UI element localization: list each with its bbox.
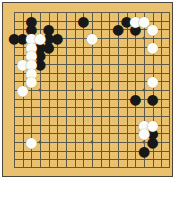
grid-cell xyxy=(161,151,170,160)
grid-cell xyxy=(109,99,118,108)
grid-cell xyxy=(66,73,75,82)
grid-cell xyxy=(49,116,58,125)
grid-cell xyxy=(49,81,58,90)
grid-cell xyxy=(40,47,49,56)
grid-cell xyxy=(23,159,32,168)
grid-cell xyxy=(118,29,127,38)
grid-cell xyxy=(135,151,144,160)
grid-cell xyxy=(101,116,110,125)
grid-cell xyxy=(135,47,144,56)
grid-cell xyxy=(144,38,153,47)
grid-cell xyxy=(23,55,32,64)
grid-cell xyxy=(161,159,170,168)
grid-cell xyxy=(109,125,118,134)
grid-cell xyxy=(14,12,23,21)
grid-cell xyxy=(75,116,84,125)
grid-cell xyxy=(135,107,144,116)
grid-cell xyxy=(75,73,84,82)
grid-cell xyxy=(14,64,23,73)
grid-cell xyxy=(49,47,58,56)
grid-cell xyxy=(109,142,118,151)
grid-cell xyxy=(101,81,110,90)
grid-cell xyxy=(49,151,58,160)
grid-cell xyxy=(118,64,127,73)
grid-cell xyxy=(31,73,40,82)
grid-cell xyxy=(14,142,23,151)
grid-cell xyxy=(118,107,127,116)
grid-cell xyxy=(118,133,127,142)
grid-cell xyxy=(109,159,118,168)
grid-cell xyxy=(75,125,84,134)
grid-cell xyxy=(57,133,66,142)
grid-cell xyxy=(14,151,23,160)
grid-cell xyxy=(31,125,40,134)
grid-cell xyxy=(75,151,84,160)
grid-cell xyxy=(14,133,23,142)
grid-cell xyxy=(23,12,32,21)
grid-cell xyxy=(23,38,32,47)
grid-cell xyxy=(135,99,144,108)
grid-cell xyxy=(66,125,75,134)
grid-cell xyxy=(14,81,23,90)
grid-cell xyxy=(66,64,75,73)
grid-cell xyxy=(153,125,162,134)
grid-cell xyxy=(83,21,92,30)
grid-cell xyxy=(101,12,110,21)
grid-cell xyxy=(75,55,84,64)
grid-cell xyxy=(57,125,66,134)
star-point xyxy=(39,141,42,144)
grid-cell xyxy=(127,125,136,134)
grid-cell xyxy=(101,73,110,82)
grid-cell xyxy=(75,81,84,90)
grid-cell xyxy=(118,55,127,64)
grid-cell xyxy=(57,47,66,56)
grid-cell xyxy=(31,107,40,116)
grid-cell xyxy=(75,47,84,56)
star-point xyxy=(91,141,94,144)
grid-cell xyxy=(127,47,136,56)
grid-cell xyxy=(66,47,75,56)
grid-cell xyxy=(101,38,110,47)
grid-cell xyxy=(49,125,58,134)
grid-cell xyxy=(109,81,118,90)
grid-cell xyxy=(66,90,75,99)
grid-cell xyxy=(135,21,144,30)
grid-cell xyxy=(127,81,136,90)
grid-cell xyxy=(23,151,32,160)
grid-cell xyxy=(40,116,49,125)
grid-cell xyxy=(101,55,110,64)
grid-cell xyxy=(57,151,66,160)
grid-cell xyxy=(153,90,162,99)
grid-cell xyxy=(31,99,40,108)
grid-cell xyxy=(118,159,127,168)
grid-cell xyxy=(57,142,66,151)
grid-cell xyxy=(31,159,40,168)
grid-cell xyxy=(66,81,75,90)
grid-cell xyxy=(66,55,75,64)
grid-cell xyxy=(49,12,58,21)
grid-cell xyxy=(127,116,136,125)
grid-cell xyxy=(14,55,23,64)
grid-cell xyxy=(40,38,49,47)
grid-cell xyxy=(83,55,92,64)
grid-cell xyxy=(144,73,153,82)
grid-cell xyxy=(57,90,66,99)
grid-cell xyxy=(23,116,32,125)
star-point xyxy=(143,37,146,40)
grid-cell xyxy=(75,38,84,47)
grid-cell xyxy=(144,125,153,134)
grid-cell xyxy=(109,151,118,160)
grid-cell xyxy=(118,116,127,125)
grid-cell xyxy=(75,29,84,38)
grid-cell xyxy=(109,73,118,82)
grid-cell xyxy=(31,116,40,125)
grid-cell xyxy=(66,107,75,116)
grid-cell xyxy=(31,55,40,64)
grid-cell xyxy=(66,142,75,151)
grid-cell xyxy=(144,21,153,30)
grid-cell xyxy=(144,12,153,21)
bottom-toolbar xyxy=(0,178,176,200)
grid-cell xyxy=(127,12,136,21)
grid-cell xyxy=(109,107,118,116)
grid-cell xyxy=(118,21,127,30)
grid-cell xyxy=(14,73,23,82)
grid-cell xyxy=(161,55,170,64)
grid-cell xyxy=(23,29,32,38)
grid-cell xyxy=(153,116,162,125)
grid-cell xyxy=(83,151,92,160)
grid-cell xyxy=(153,151,162,160)
grid-cell xyxy=(144,55,153,64)
grid-cell xyxy=(83,47,92,56)
grid-cell xyxy=(40,99,49,108)
grid-cell xyxy=(23,125,32,134)
grid-cell xyxy=(153,142,162,151)
grid-cell xyxy=(23,81,32,90)
grid-cell xyxy=(23,90,32,99)
grid-cell xyxy=(161,90,170,99)
grid-cell xyxy=(127,38,136,47)
grid-cell xyxy=(14,29,23,38)
grid-cell xyxy=(118,47,127,56)
grid-cell xyxy=(66,99,75,108)
grid-cell xyxy=(101,21,110,30)
grid-cell xyxy=(161,29,170,38)
grid-cell xyxy=(40,142,49,151)
grid-cell xyxy=(109,12,118,21)
grid-cell xyxy=(75,90,84,99)
grid-cell xyxy=(66,29,75,38)
grid-cell xyxy=(40,73,49,82)
grid-cell xyxy=(144,142,153,151)
grid-cell xyxy=(161,21,170,30)
grid-cell xyxy=(14,90,23,99)
grid-cell xyxy=(144,99,153,108)
grid-cell xyxy=(101,159,110,168)
grid-cell xyxy=(49,38,58,47)
go-board[interactable]: ●●●●●●●●●●●●●●●●●●●●●●●●●●●●●●●●●●●●●●● xyxy=(2,2,173,177)
grid-cell xyxy=(66,133,75,142)
grid-cell xyxy=(135,159,144,168)
grid-cell xyxy=(14,38,23,47)
grid-cell xyxy=(92,107,101,116)
grid-cell xyxy=(127,99,136,108)
grid-cell xyxy=(75,159,84,168)
grid-cell xyxy=(118,142,127,151)
grid-cell xyxy=(109,90,118,99)
grid-cell xyxy=(161,47,170,56)
grid-cell xyxy=(40,55,49,64)
grid-cell xyxy=(135,125,144,134)
grid-cell xyxy=(153,133,162,142)
grid-cell xyxy=(49,142,58,151)
grid-cell xyxy=(75,99,84,108)
grid-cell xyxy=(109,64,118,73)
grid-cell xyxy=(14,99,23,108)
grid-cell xyxy=(49,159,58,168)
star-point xyxy=(39,89,42,92)
grid-cell xyxy=(83,116,92,125)
grid-cell xyxy=(127,64,136,73)
grid-cell xyxy=(135,64,144,73)
grid-cell xyxy=(40,151,49,160)
grid-cell xyxy=(101,90,110,99)
grid-cell xyxy=(40,21,49,30)
grid-cell xyxy=(153,12,162,21)
grid-cell xyxy=(109,133,118,142)
grid-cell xyxy=(49,73,58,82)
grid-cell xyxy=(31,47,40,56)
grid-cell xyxy=(127,21,136,30)
grid-cell xyxy=(83,73,92,82)
grid-cell xyxy=(135,12,144,21)
star-point xyxy=(143,141,146,144)
grid-cell xyxy=(153,29,162,38)
grid-cell xyxy=(92,116,101,125)
grid-cell xyxy=(135,116,144,125)
grid-cell xyxy=(49,90,58,99)
grid-cell xyxy=(109,21,118,30)
grid-cell xyxy=(31,21,40,30)
grid-cell xyxy=(83,64,92,73)
grid-cell xyxy=(40,64,49,73)
grid-cell xyxy=(40,107,49,116)
grid-cell xyxy=(57,159,66,168)
grid-cell xyxy=(40,12,49,21)
grid-cell xyxy=(153,55,162,64)
grid-cell xyxy=(92,125,101,134)
grid-cell xyxy=(57,64,66,73)
grid-cell xyxy=(23,99,32,108)
grid-cell xyxy=(153,38,162,47)
grid-cell xyxy=(135,55,144,64)
grid-cell xyxy=(83,107,92,116)
grid-cell xyxy=(153,107,162,116)
grid-cell xyxy=(66,116,75,125)
grid-cell xyxy=(75,21,84,30)
grid-cell xyxy=(49,64,58,73)
grid-cell xyxy=(153,81,162,90)
grid-cell xyxy=(127,55,136,64)
grid-cell xyxy=(83,12,92,21)
grid-cell xyxy=(109,38,118,47)
grid-cell xyxy=(127,90,136,99)
grid-cell xyxy=(31,64,40,73)
grid-cell xyxy=(14,107,23,116)
grid-cell xyxy=(101,107,110,116)
grid-cell xyxy=(40,159,49,168)
grid-cell xyxy=(92,159,101,168)
grid-cell xyxy=(66,21,75,30)
grid-cell xyxy=(161,107,170,116)
grid-cell xyxy=(161,64,170,73)
grid-cell xyxy=(127,107,136,116)
grid-cell xyxy=(109,47,118,56)
grid-cell xyxy=(92,73,101,82)
grid-cell xyxy=(23,64,32,73)
star-point xyxy=(143,89,146,92)
grid-cell xyxy=(101,142,110,151)
grid-cell xyxy=(101,29,110,38)
grid-cell xyxy=(118,125,127,134)
grid-cell xyxy=(75,107,84,116)
grid-cell xyxy=(161,142,170,151)
star-point xyxy=(91,37,94,40)
grid-cell xyxy=(92,21,101,30)
grid-cell xyxy=(127,29,136,38)
grid-cell xyxy=(161,73,170,82)
grid-cell xyxy=(14,21,23,30)
grid-cell xyxy=(66,159,75,168)
grid-cell xyxy=(153,47,162,56)
grid-cell xyxy=(127,133,136,142)
grid-cell xyxy=(92,142,101,151)
grid-cell xyxy=(75,133,84,142)
grid-cell xyxy=(75,12,84,21)
grid-cell xyxy=(101,47,110,56)
grid-cell xyxy=(101,99,110,108)
grid-cell xyxy=(49,133,58,142)
grid-cell xyxy=(161,125,170,134)
grid-cell xyxy=(127,73,136,82)
grid-cell xyxy=(66,12,75,21)
grid-cell xyxy=(101,151,110,160)
grid-cell xyxy=(153,99,162,108)
grid-cell xyxy=(23,47,32,56)
grid-cell xyxy=(83,159,92,168)
grid-cell xyxy=(23,73,32,82)
grid-cell xyxy=(144,151,153,160)
grid-cell xyxy=(23,21,32,30)
star-point xyxy=(91,89,94,92)
grid-cell xyxy=(57,116,66,125)
grid-cell xyxy=(57,55,66,64)
grid-cell xyxy=(92,47,101,56)
grid-cell xyxy=(31,151,40,160)
grid-cell xyxy=(101,64,110,73)
grid-cell xyxy=(127,151,136,160)
grid-cell xyxy=(161,38,170,47)
grid-cell xyxy=(75,142,84,151)
grid-cell xyxy=(153,21,162,30)
grid-cell xyxy=(109,55,118,64)
grid-cell xyxy=(49,107,58,116)
grid-cell xyxy=(118,12,127,21)
grid-cell xyxy=(92,64,101,73)
grid-cell xyxy=(109,29,118,38)
grid-cell xyxy=(161,116,170,125)
grid-cell xyxy=(57,81,66,90)
grid-cell xyxy=(23,142,32,151)
grid-cell xyxy=(31,12,40,21)
grid-cell xyxy=(118,90,127,99)
grid-cell xyxy=(101,125,110,134)
grid-cell xyxy=(144,64,153,73)
grid-cell xyxy=(127,159,136,168)
grid-cell xyxy=(49,29,58,38)
grid-cell xyxy=(92,12,101,21)
grid-cell xyxy=(161,99,170,108)
grid-cell xyxy=(109,116,118,125)
grid-cell xyxy=(118,81,127,90)
grid-cell xyxy=(49,55,58,64)
grid-cell xyxy=(92,99,101,108)
grid-cell xyxy=(66,38,75,47)
grid-cell xyxy=(144,47,153,56)
grid-cell xyxy=(57,21,66,30)
grid-cell xyxy=(49,99,58,108)
grid-cell xyxy=(66,151,75,160)
grid-cell xyxy=(83,125,92,134)
grid-cell xyxy=(14,116,23,125)
grid-cell xyxy=(57,29,66,38)
grid-cell xyxy=(101,133,110,142)
grid-cell xyxy=(57,38,66,47)
grid-cell xyxy=(57,12,66,21)
grid-cell xyxy=(23,133,32,142)
grid-cell xyxy=(75,64,84,73)
grid-cell xyxy=(153,73,162,82)
grid-cell xyxy=(135,73,144,82)
grid-cell xyxy=(49,21,58,30)
grid-cell xyxy=(14,125,23,134)
grid-cell xyxy=(57,99,66,108)
grid-cell xyxy=(144,90,153,99)
grid-cell xyxy=(92,55,101,64)
grid-cell xyxy=(161,133,170,142)
grid-cell xyxy=(14,47,23,56)
grid-cell xyxy=(57,73,66,82)
grid-cell xyxy=(92,151,101,160)
grid-cell xyxy=(92,38,101,47)
grid-cell xyxy=(127,142,136,151)
grid-cell xyxy=(92,90,101,99)
grid-cell xyxy=(118,38,127,47)
grid-cell xyxy=(153,64,162,73)
grid-cell xyxy=(153,159,162,168)
grid-cell xyxy=(40,125,49,134)
grid-cell xyxy=(40,90,49,99)
grid-cell xyxy=(118,151,127,160)
grid-cell xyxy=(161,81,170,90)
grid-cell xyxy=(83,99,92,108)
grid-cell xyxy=(14,159,23,168)
grid-cell xyxy=(144,107,153,116)
